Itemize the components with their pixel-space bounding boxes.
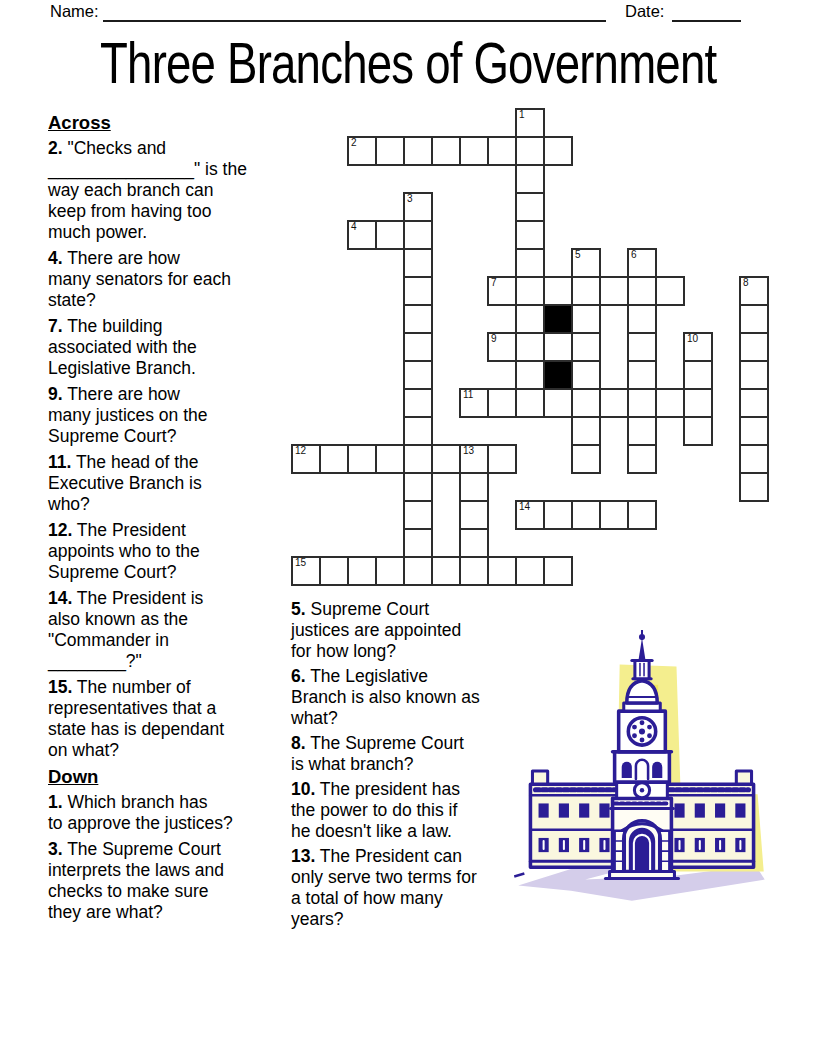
worksheet-page: Name: Date: Three Branches of Government… <box>0 0 816 1056</box>
clue-number: 3. <box>48 839 63 859</box>
grid-cell[interactable] <box>515 192 545 222</box>
grid-cell[interactable] <box>739 360 769 390</box>
grid-cell[interactable] <box>487 136 517 166</box>
clue-number: 9. <box>48 384 63 404</box>
grid-cell[interactable] <box>627 276 657 306</box>
grid-cell[interactable] <box>403 220 433 250</box>
grid-cell[interactable] <box>627 304 657 334</box>
grid-cell[interactable] <box>403 360 433 390</box>
clue-number: 12. <box>48 520 72 540</box>
clue-item: 3. The Supreme Court interprets the laws… <box>48 839 294 923</box>
grid-cell[interactable] <box>739 304 769 334</box>
grid-cell[interactable] <box>543 136 573 166</box>
clue-item: 9. There are how many justices on the Su… <box>48 384 294 447</box>
cell-number: 8 <box>743 277 749 289</box>
cell-number: 10 <box>687 333 698 345</box>
clue-text: There are how many senators for each sta… <box>48 248 231 310</box>
cell-number: 14 <box>519 501 530 513</box>
page-title: Three Branches of Government <box>0 33 816 93</box>
clue-number: 14. <box>48 588 72 608</box>
clue-number: 5. <box>291 599 306 619</box>
grid-cell[interactable] <box>739 444 769 474</box>
grid-cell[interactable]: 4 <box>347 220 377 250</box>
cell-number: 5 <box>575 249 581 261</box>
clue-text: There are how many justices on the Supre… <box>48 384 208 446</box>
grid-cell[interactable] <box>403 528 433 558</box>
grid-cell[interactable] <box>627 416 657 446</box>
clue-text: The president has the power to do this i… <box>291 779 460 841</box>
grid-cell[interactable] <box>403 472 433 502</box>
grid-cell[interactable] <box>627 388 657 418</box>
clue-text: Supreme Court justices are appointed for… <box>291 599 461 661</box>
grid-cell[interactable]: 7 <box>487 276 517 306</box>
grid-cell[interactable]: 9 <box>487 332 517 362</box>
grid-cell[interactable] <box>515 276 545 306</box>
grid-cell[interactable] <box>375 220 405 250</box>
cell-number: 12 <box>295 445 306 457</box>
grid-cell[interactable] <box>403 444 433 474</box>
grid-cell[interactable] <box>739 472 769 502</box>
clue-item: 10. The president has the power to do th… <box>291 779 537 842</box>
grid-cell[interactable] <box>515 360 545 390</box>
grid-cell[interactable] <box>571 444 601 474</box>
clue-text: The Supreme Court is what branch? <box>291 733 464 774</box>
grid-cell[interactable] <box>543 332 573 362</box>
grid-cell[interactable] <box>403 304 433 334</box>
grid-cell[interactable] <box>655 388 685 418</box>
grid-cell[interactable] <box>347 556 377 586</box>
grid-cell[interactable] <box>599 388 629 418</box>
grid-cell[interactable] <box>403 416 433 446</box>
clues-left-column: Across 2. "Checks and _______________" i… <box>48 112 294 928</box>
clue-number: 8. <box>291 733 306 753</box>
across-clues: 2. "Checks and _______________" is the w… <box>48 138 294 761</box>
grid-cell[interactable] <box>515 556 545 586</box>
grid-cell[interactable] <box>487 444 517 474</box>
grid-cell[interactable] <box>515 388 545 418</box>
grid-cell[interactable] <box>515 304 545 334</box>
grid-cell[interactable] <box>627 500 657 530</box>
cell-number: 11 <box>463 389 473 401</box>
cell-number: 7 <box>491 277 497 289</box>
grid-cell[interactable]: 11 <box>459 388 489 418</box>
grid-cell[interactable] <box>627 360 657 390</box>
grid-cell[interactable]: 5 <box>571 248 601 278</box>
clue-text: The number of representatives that a sta… <box>48 677 224 760</box>
date-blank-line <box>672 0 741 22</box>
grid-cell[interactable]: 1 <box>515 108 545 138</box>
grid-cell[interactable] <box>571 276 601 306</box>
grid-cell[interactable] <box>375 556 405 586</box>
down-clues-col1: 1. Which branch has to approve the justi… <box>48 792 294 923</box>
grid-cell[interactable] <box>739 416 769 446</box>
grid-cell[interactable] <box>487 388 517 418</box>
name-blank-line <box>103 0 606 22</box>
grid-cell[interactable] <box>515 248 545 278</box>
clue-item: 14. The President is also known as the "… <box>48 588 294 672</box>
grid-cell[interactable]: 12 <box>291 444 321 474</box>
grid-cell[interactable] <box>431 444 461 474</box>
clue-number: 6. <box>291 666 306 686</box>
grid-cell[interactable] <box>403 248 433 278</box>
grid-cell[interactable] <box>459 136 489 166</box>
cell-number: 3 <box>407 193 413 205</box>
clue-number: 7. <box>48 316 63 336</box>
crossword-grid: 123456789101112131415 <box>292 109 768 585</box>
grid-cell[interactable] <box>683 360 713 390</box>
grid-cell[interactable]: 10 <box>683 332 713 362</box>
clue-text: The President can only serve two terms f… <box>291 846 477 929</box>
grid-cell[interactable] <box>459 500 489 530</box>
ground-dash <box>514 873 524 876</box>
clue-number: 10. <box>291 779 315 799</box>
grid-cell[interactable] <box>627 444 657 474</box>
grid-cell[interactable] <box>739 332 769 362</box>
grid-cell[interactable] <box>319 444 349 474</box>
grid-cell[interactable] <box>403 276 433 306</box>
black-cell <box>543 360 573 390</box>
grid-cell[interactable] <box>431 136 461 166</box>
grid-cell[interactable] <box>403 136 433 166</box>
grid-cell[interactable] <box>599 276 629 306</box>
clue-number: 2. <box>48 138 63 158</box>
grid-cell[interactable] <box>515 220 545 250</box>
clue-item: 8. The Supreme Court is what branch? <box>291 733 537 775</box>
grid-cell[interactable] <box>571 388 601 418</box>
clue-item: 5. Supreme Court justices are appointed … <box>291 599 537 662</box>
grid-cell[interactable] <box>655 276 685 306</box>
grid-cell[interactable] <box>347 444 377 474</box>
clue-item: 1. Which branch has to approve the justi… <box>48 792 294 834</box>
grid-cell[interactable] <box>459 472 489 502</box>
grid-cell[interactable] <box>627 332 657 362</box>
down-clues-col2: 5. Supreme Court justices are appointed … <box>291 599 537 930</box>
grid-cell[interactable] <box>403 388 433 418</box>
clue-number: 4. <box>48 248 63 268</box>
grid-cell[interactable] <box>515 332 545 362</box>
clue-number: 11. <box>48 452 71 472</box>
grid-cell[interactable] <box>515 164 545 194</box>
clue-number: 1. <box>48 792 63 812</box>
grid-cell[interactable] <box>431 556 461 586</box>
clue-item: 13. The President can only serve two ter… <box>291 846 537 930</box>
building-lineart <box>530 630 753 879</box>
grid-cell[interactable] <box>571 500 601 530</box>
clues-middle-column: 5. Supreme Court justices are appointed … <box>291 599 537 934</box>
across-heading: Across <box>48 112 294 133</box>
clue-item: 6. The Legislative Branch is also known … <box>291 666 537 729</box>
clue-text: The Legislative Branch is also known as … <box>291 666 480 728</box>
date-label: Date: <box>625 2 664 21</box>
independence-hall-illustration <box>514 630 770 914</box>
grid-cell[interactable]: 13 <box>459 444 489 474</box>
clue-text: The head of the Executive Branch is who? <box>48 452 202 514</box>
clue-text: Which branch has to approve the justices… <box>48 792 233 833</box>
cell-number: 6 <box>631 249 637 261</box>
cell-number: 13 <box>463 445 474 457</box>
grid-cell[interactable]: 6 <box>627 248 657 278</box>
clue-number: 15. <box>48 677 72 697</box>
clue-item: 11. The head of the Executive Branch is … <box>48 452 294 515</box>
cell-number: 2 <box>351 137 357 149</box>
clue-item: 4. There are how many senators for each … <box>48 248 294 311</box>
grid-cell[interactable]: 8 <box>739 276 769 306</box>
grid-cell[interactable] <box>319 556 349 586</box>
grid-cell[interactable] <box>571 360 601 390</box>
clue-text: "Checks and _______________" is the way … <box>48 138 247 242</box>
cell-number: 1 <box>519 109 525 121</box>
grid-cell[interactable]: 3 <box>403 192 433 222</box>
grid-cell[interactable] <box>459 528 489 558</box>
grid-cell[interactable] <box>375 136 405 166</box>
grid-cell[interactable] <box>571 332 601 362</box>
grid-cell[interactable] <box>599 500 629 530</box>
clue-number: 13. <box>291 846 315 866</box>
black-cell <box>543 304 573 334</box>
clue-item: 2. "Checks and _______________" is the w… <box>48 138 294 243</box>
grid-cell[interactable] <box>403 332 433 362</box>
grid-cell[interactable] <box>459 556 489 586</box>
clue-text: The Supreme Court interprets the laws an… <box>48 839 224 922</box>
cell-number: 15 <box>295 557 306 569</box>
clue-text: The building associated with the Legisla… <box>48 316 197 378</box>
grid-cell[interactable] <box>375 444 405 474</box>
grid-cell[interactable] <box>543 556 573 586</box>
grid-cell[interactable] <box>543 500 573 530</box>
grid-cell[interactable] <box>683 388 713 418</box>
grid-cell[interactable] <box>515 136 545 166</box>
clue-item: 7. The building associated with the Legi… <box>48 316 294 379</box>
grid-cell[interactable] <box>403 556 433 586</box>
cell-number: 4 <box>351 221 357 233</box>
cell-number: 9 <box>491 333 497 345</box>
clue-text: The President is also known as the "Comm… <box>48 588 203 671</box>
grid-cell[interactable]: 14 <box>515 500 545 530</box>
grid-cell[interactable] <box>571 416 601 446</box>
grid-cell[interactable] <box>683 416 713 446</box>
grid-cell[interactable]: 2 <box>347 136 377 166</box>
name-label: Name: <box>50 2 99 21</box>
grid-cell[interactable] <box>571 304 601 334</box>
grid-cell[interactable] <box>487 556 517 586</box>
grid-cell[interactable] <box>543 276 573 306</box>
down-heading: Down <box>48 766 294 787</box>
grid-cell[interactable] <box>403 500 433 530</box>
grid-cell[interactable] <box>543 388 573 418</box>
grid-cell[interactable] <box>739 388 769 418</box>
clue-item: 12. The President appoints who to the Su… <box>48 520 294 583</box>
clue-item: 15. The number of representatives that a… <box>48 677 294 761</box>
grid-cell[interactable]: 15 <box>291 556 321 586</box>
